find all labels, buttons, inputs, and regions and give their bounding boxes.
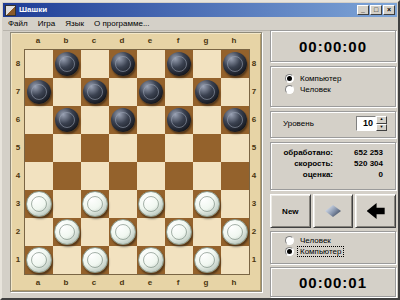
coord-label: 2 — [249, 217, 259, 245]
menu-file[interactable]: Файл — [8, 19, 28, 28]
menu-about[interactable]: О программе... — [94, 19, 150, 28]
white-man-f2[interactable] — [166, 219, 192, 245]
black-man-e7[interactable] — [139, 80, 163, 104]
coord-label: 1 — [13, 245, 23, 273]
square-a2[interactable] — [25, 218, 53, 246]
square-c8[interactable] — [81, 50, 109, 78]
square-d1[interactable] — [109, 246, 137, 274]
square-e3[interactable] — [137, 190, 165, 218]
black-man-g7[interactable] — [195, 80, 219, 104]
menu-game[interactable]: Игра — [38, 19, 56, 28]
coord-label: e — [136, 35, 164, 47]
ranks-left: 87654321 — [13, 49, 23, 273]
square-b3[interactable] — [53, 190, 81, 218]
spin-down-icon[interactable]: ▼ — [376, 124, 387, 132]
stat-eval: оценка: 0 — [275, 170, 389, 179]
square-h7[interactable] — [221, 78, 249, 106]
coord-label: 5 — [249, 133, 259, 161]
files-bottom: abcdefgh — [24, 277, 248, 289]
top-player-group: Компьютер Человек — [270, 66, 396, 107]
close-button[interactable]: × — [383, 5, 395, 15]
square-g7[interactable] — [193, 78, 221, 106]
radio-label: Человек — [298, 236, 333, 245]
white-timer: 00:00:01 — [270, 267, 396, 297]
square-h6[interactable] — [221, 106, 249, 134]
square-e6[interactable] — [137, 106, 165, 134]
square-f5[interactable] — [165, 134, 193, 162]
coord-label: b — [52, 35, 80, 47]
square-c4[interactable] — [81, 162, 109, 190]
square-h3[interactable] — [221, 190, 249, 218]
book-button[interactable] — [313, 194, 354, 228]
square-h1[interactable] — [221, 246, 249, 274]
square-g4[interactable] — [193, 162, 221, 190]
square-d8[interactable] — [109, 50, 137, 78]
level-spinner[interactable]: 10 ▲ ▼ — [356, 116, 387, 131]
left-arrow-icon — [367, 203, 385, 219]
square-d6[interactable] — [109, 106, 137, 134]
square-e2[interactable] — [137, 218, 165, 246]
stat-label: обработано: — [275, 148, 333, 157]
coord-label: 3 — [249, 189, 259, 217]
square-d2[interactable] — [109, 218, 137, 246]
square-b8[interactable] — [53, 50, 81, 78]
coord-label: f — [164, 277, 192, 289]
square-c6[interactable] — [81, 106, 109, 134]
new-game-button[interactable]: New — [270, 194, 311, 228]
black-man-b6[interactable] — [55, 108, 79, 132]
square-c1[interactable] — [81, 246, 109, 274]
window-title: Шашки — [19, 4, 356, 16]
coord-label: 6 — [13, 105, 23, 133]
black-man-f6[interactable] — [167, 108, 191, 132]
coord-label: 8 — [13, 49, 23, 77]
square-d5[interactable] — [109, 134, 137, 162]
coord-label: c — [80, 35, 108, 47]
square-f8[interactable] — [165, 50, 193, 78]
spin-up-icon[interactable]: ▲ — [376, 116, 387, 124]
radio-dot-icon[interactable] — [285, 85, 294, 94]
coord-label: b — [52, 277, 80, 289]
board-grid — [24, 49, 250, 275]
diamond-icon — [325, 205, 341, 217]
coord-label: 2 — [13, 217, 23, 245]
black-man-b8[interactable] — [55, 52, 79, 76]
square-e4[interactable] — [137, 162, 165, 190]
ranks-right: 87654321 — [249, 49, 259, 273]
menu-language[interactable]: Язык — [65, 19, 84, 28]
coord-label: a — [24, 35, 52, 47]
files-top: abcdefgh — [24, 35, 248, 47]
square-h4[interactable] — [221, 162, 249, 190]
square-f3[interactable] — [165, 190, 193, 218]
white-man-e3[interactable] — [138, 191, 164, 217]
stat-value: 652 253 — [333, 148, 389, 157]
square-g2[interactable] — [193, 218, 221, 246]
radio-top-human[interactable]: Человек — [285, 85, 395, 94]
square-g5[interactable] — [193, 134, 221, 162]
square-g6[interactable] — [193, 106, 221, 134]
white-man-e1[interactable] — [138, 247, 164, 273]
square-f6[interactable] — [165, 106, 193, 134]
white-man-a3[interactable] — [26, 191, 52, 217]
square-g3[interactable] — [193, 190, 221, 218]
maximize-button[interactable]: □ — [370, 5, 382, 15]
black-man-h6[interactable] — [223, 108, 247, 132]
square-f4[interactable] — [165, 162, 193, 190]
square-b5[interactable] — [53, 134, 81, 162]
radio-label: Компьютер — [298, 74, 343, 83]
coord-label: f — [164, 35, 192, 47]
coord-label: d — [108, 277, 136, 289]
square-g8[interactable] — [193, 50, 221, 78]
square-e7[interactable] — [137, 78, 165, 106]
radio-bottom-computer[interactable]: Компьютер — [285, 247, 395, 256]
black-man-a7[interactable] — [27, 80, 51, 104]
white-man-h2[interactable] — [222, 219, 248, 245]
black-man-c7[interactable] — [83, 80, 107, 104]
square-a8[interactable] — [25, 50, 53, 78]
coord-label: 6 — [249, 105, 259, 133]
square-b2[interactable] — [53, 218, 81, 246]
coord-label: 8 — [249, 49, 259, 77]
coord-label: 7 — [13, 77, 23, 105]
square-c2[interactable] — [81, 218, 109, 246]
undo-move-button[interactable] — [355, 194, 396, 228]
app-window: Шашки _ □ × Файл Игра Язык О программе..… — [0, 0, 400, 300]
coord-label: 3 — [13, 189, 23, 217]
title-bar[interactable]: Шашки _ □ × — [3, 3, 397, 17]
square-e8[interactable] — [137, 50, 165, 78]
stat-value: 520 304 — [333, 159, 389, 168]
square-h5[interactable] — [221, 134, 249, 162]
square-e5[interactable] — [137, 134, 165, 162]
square-b7[interactable] — [53, 78, 81, 106]
coord-label: g — [192, 35, 220, 47]
square-f7[interactable] — [165, 78, 193, 106]
level-group: Уровень 10 ▲ ▼ — [270, 111, 396, 138]
black-man-f8[interactable] — [167, 52, 191, 76]
coord-label: g — [192, 277, 220, 289]
square-f1[interactable] — [165, 246, 193, 274]
checkers-board: abcdefgh abcdefgh 87654321 87654321 — [10, 32, 262, 292]
white-man-d2[interactable] — [110, 219, 136, 245]
coord-label: d — [108, 35, 136, 47]
white-man-b2[interactable] — [54, 219, 80, 245]
square-d7[interactable] — [109, 78, 137, 106]
square-b6[interactable] — [53, 106, 81, 134]
coord-label: c — [80, 277, 108, 289]
radio-label: Компьютер — [298, 247, 343, 256]
square-b4[interactable] — [53, 162, 81, 190]
level-value[interactable]: 10 — [356, 116, 376, 131]
stats-group: обработано: 652 253 скорость: 520 304 оц… — [270, 142, 396, 190]
black-man-d6[interactable] — [111, 108, 135, 132]
bottom-player-group: Человек Компьютер — [270, 231, 396, 264]
black-man-d8[interactable] — [111, 52, 135, 76]
button-row: New — [270, 194, 396, 228]
stat-speed: скорость: 520 304 — [275, 159, 389, 168]
coord-label: 4 — [13, 161, 23, 189]
coord-label: h — [220, 277, 248, 289]
stat-value: 0 — [333, 170, 389, 179]
white-man-g3[interactable] — [194, 191, 220, 217]
radio-dot-icon[interactable] — [285, 236, 294, 245]
coord-label: 5 — [13, 133, 23, 161]
coord-label: h — [220, 35, 248, 47]
radio-top-computer[interactable]: Компьютер — [285, 74, 395, 83]
menu-bar: Файл Игра Язык О программе... — [3, 17, 397, 31]
coord-label: 7 — [249, 77, 259, 105]
new-game-label: New — [282, 207, 298, 216]
stat-processed: обработано: 652 253 — [275, 148, 389, 157]
app-icon — [5, 5, 16, 16]
white-man-g1[interactable] — [194, 247, 220, 273]
square-f2[interactable] — [165, 218, 193, 246]
radio-bottom-human[interactable]: Человек — [285, 236, 395, 245]
white-man-c1[interactable] — [82, 247, 108, 273]
square-a3[interactable] — [25, 190, 53, 218]
radio-dot-icon[interactable] — [285, 247, 294, 256]
square-h2[interactable] — [221, 218, 249, 246]
square-a5[interactable] — [25, 134, 53, 162]
square-c7[interactable] — [81, 78, 109, 106]
square-a1[interactable] — [25, 246, 53, 274]
square-a4[interactable] — [25, 162, 53, 190]
square-c3[interactable] — [81, 190, 109, 218]
square-b1[interactable] — [53, 246, 81, 274]
square-d3[interactable] — [109, 190, 137, 218]
stat-label: скорость: — [275, 159, 333, 168]
square-e1[interactable] — [137, 246, 165, 274]
square-g1[interactable] — [193, 246, 221, 274]
stat-label: оценка: — [275, 170, 333, 179]
coord-label: a — [24, 277, 52, 289]
square-h8[interactable] — [221, 50, 249, 78]
coord-label: e — [136, 277, 164, 289]
square-a7[interactable] — [25, 78, 53, 106]
square-c5[interactable] — [81, 134, 109, 162]
square-d4[interactable] — [109, 162, 137, 190]
black-man-h8[interactable] — [223, 52, 247, 76]
white-man-a1[interactable] — [26, 247, 52, 273]
radio-label: Человек — [298, 85, 333, 94]
radio-dot-icon[interactable] — [285, 74, 294, 83]
square-a6[interactable] — [25, 106, 53, 134]
coord-label: 4 — [249, 161, 259, 189]
level-label: Уровень — [283, 119, 314, 128]
white-man-c3[interactable] — [82, 191, 108, 217]
minimize-button[interactable]: _ — [357, 5, 369, 15]
black-timer: 00:00:00 — [270, 30, 396, 62]
coord-label: 1 — [249, 245, 259, 273]
